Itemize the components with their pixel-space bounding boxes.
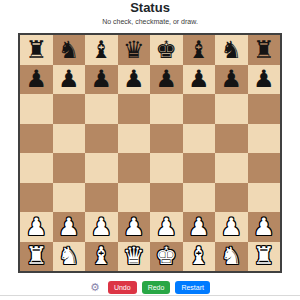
controls-bar: ⚙ Undo Redo Restart [0, 281, 300, 294]
piece-white-rook[interactable]: ♜ [25, 244, 47, 268]
piece-white-bishop[interactable]: ♝ [90, 244, 112, 268]
square-c3[interactable] [85, 183, 118, 213]
square-a6[interactable] [20, 94, 53, 124]
square-f6[interactable] [183, 94, 216, 124]
square-c1[interactable]: ♝ [85, 242, 118, 272]
square-d7[interactable]: ♟ [118, 65, 151, 95]
redo-button[interactable]: Redo [142, 281, 171, 294]
square-f3[interactable] [183, 183, 216, 213]
square-e8[interactable]: ♚ [150, 35, 183, 65]
square-d8[interactable]: ♛ [118, 35, 151, 65]
square-b2[interactable]: ♟ [53, 212, 86, 242]
piece-black-pawn[interactable]: ♟ [58, 67, 80, 91]
square-a5[interactable] [20, 124, 53, 154]
status-message: No check, checkmate, or draw. [0, 18, 300, 26]
piece-white-pawn[interactable]: ♟ [188, 215, 210, 239]
square-b8[interactable]: ♞ [53, 35, 86, 65]
piece-black-pawn[interactable]: ♟ [90, 67, 112, 91]
piece-black-bishop[interactable]: ♝ [188, 38, 210, 62]
square-a4[interactable] [20, 153, 53, 183]
square-d4[interactable] [118, 153, 151, 183]
square-a3[interactable] [20, 183, 53, 213]
square-h2[interactable]: ♟ [248, 212, 281, 242]
square-h5[interactable] [248, 124, 281, 154]
piece-black-rook[interactable]: ♜ [25, 38, 47, 62]
square-h7[interactable]: ♟ [248, 65, 281, 95]
square-f8[interactable]: ♝ [183, 35, 216, 65]
square-g1[interactable]: ♞ [215, 242, 248, 272]
square-c6[interactable] [85, 94, 118, 124]
square-f7[interactable]: ♟ [183, 65, 216, 95]
square-b4[interactable] [53, 153, 86, 183]
square-e7[interactable]: ♟ [150, 65, 183, 95]
square-d2[interactable]: ♟ [118, 212, 151, 242]
piece-white-pawn[interactable]: ♟ [58, 215, 80, 239]
square-b3[interactable] [53, 183, 86, 213]
square-g4[interactable] [215, 153, 248, 183]
piece-black-rook[interactable]: ♜ [253, 38, 275, 62]
piece-black-queen[interactable]: ♛ [123, 38, 145, 62]
piece-white-pawn[interactable]: ♟ [123, 215, 145, 239]
square-f4[interactable] [183, 153, 216, 183]
square-b7[interactable]: ♟ [53, 65, 86, 95]
square-g6[interactable] [215, 94, 248, 124]
piece-white-pawn[interactable]: ♟ [155, 215, 177, 239]
square-b1[interactable]: ♞ [53, 242, 86, 272]
square-c7[interactable]: ♟ [85, 65, 118, 95]
square-a8[interactable]: ♜ [20, 35, 53, 65]
piece-black-knight[interactable]: ♞ [58, 38, 80, 62]
square-c8[interactable]: ♝ [85, 35, 118, 65]
piece-white-pawn[interactable]: ♟ [220, 215, 242, 239]
square-f1[interactable]: ♝ [183, 242, 216, 272]
piece-black-pawn[interactable]: ♟ [220, 67, 242, 91]
square-h8[interactable]: ♜ [248, 35, 281, 65]
page-title: Status [0, 1, 300, 15]
bottom-divider [0, 295, 300, 296]
piece-white-knight[interactable]: ♞ [58, 244, 80, 268]
piece-black-bishop[interactable]: ♝ [90, 38, 112, 62]
restart-button[interactable]: Restart [175, 281, 210, 294]
square-e4[interactable] [150, 153, 183, 183]
piece-black-pawn[interactable]: ♟ [253, 67, 275, 91]
square-a2[interactable]: ♟ [20, 212, 53, 242]
piece-black-knight[interactable]: ♞ [220, 38, 242, 62]
square-h4[interactable] [248, 153, 281, 183]
piece-white-rook[interactable]: ♜ [253, 244, 275, 268]
square-e2[interactable]: ♟ [150, 212, 183, 242]
piece-black-pawn[interactable]: ♟ [123, 67, 145, 91]
chess-board[interactable]: ♜♞♝♛♚♝♞♜♟♟♟♟♟♟♟♟♟♟♟♟♟♟♟♟♜♞♝♛♚♝♞♜ [18, 33, 282, 273]
square-g5[interactable] [215, 124, 248, 154]
piece-black-pawn[interactable]: ♟ [155, 67, 177, 91]
piece-white-bishop[interactable]: ♝ [188, 244, 210, 268]
square-b5[interactable] [53, 124, 86, 154]
square-c5[interactable] [85, 124, 118, 154]
square-e1[interactable]: ♚ [150, 242, 183, 272]
piece-white-king[interactable]: ♚ [155, 244, 177, 268]
square-h1[interactable]: ♜ [248, 242, 281, 272]
square-a7[interactable]: ♟ [20, 65, 53, 95]
piece-white-pawn[interactable]: ♟ [90, 215, 112, 239]
square-c4[interactable] [85, 153, 118, 183]
square-g8[interactable]: ♞ [215, 35, 248, 65]
square-e6[interactable] [150, 94, 183, 124]
piece-white-queen[interactable]: ♛ [123, 244, 145, 268]
square-h3[interactable] [248, 183, 281, 213]
undo-button[interactable]: Undo [108, 281, 137, 294]
square-a1[interactable]: ♜ [20, 242, 53, 272]
piece-black-pawn[interactable]: ♟ [25, 67, 47, 91]
square-f2[interactable]: ♟ [183, 212, 216, 242]
square-d5[interactable] [118, 124, 151, 154]
square-e3[interactable] [150, 183, 183, 213]
square-b6[interactable] [53, 94, 86, 124]
settings-gear-icon[interactable]: ⚙ [90, 282, 100, 293]
status-header: Status No check, checkmate, or draw. [0, 0, 300, 26]
square-e5[interactable] [150, 124, 183, 154]
square-f5[interactable] [183, 124, 216, 154]
square-g2[interactable]: ♟ [215, 212, 248, 242]
piece-white-knight[interactable]: ♞ [220, 244, 242, 268]
square-g3[interactable] [215, 183, 248, 213]
square-d3[interactable] [118, 183, 151, 213]
piece-white-pawn[interactable]: ♟ [253, 215, 275, 239]
piece-black-pawn[interactable]: ♟ [188, 67, 210, 91]
piece-black-king[interactable]: ♚ [155, 38, 177, 62]
square-d1[interactable]: ♛ [118, 242, 151, 272]
square-g7[interactable]: ♟ [215, 65, 248, 95]
square-d6[interactable] [118, 94, 151, 124]
square-c2[interactable]: ♟ [85, 212, 118, 242]
square-h6[interactable] [248, 94, 281, 124]
piece-white-pawn[interactable]: ♟ [25, 215, 47, 239]
